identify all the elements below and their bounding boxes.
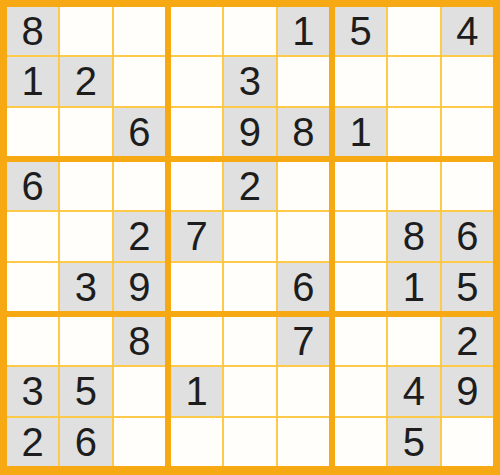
cell-r3c8[interactable]: [388, 108, 439, 156]
given-digit: 2: [128, 216, 150, 256]
given-digit: 1: [22, 61, 44, 101]
cell-r9c7[interactable]: [335, 418, 386, 466]
cell-r7c6[interactable]: 7: [278, 317, 329, 365]
cell-r5c6[interactable]: [278, 212, 329, 260]
given-digit: 6: [292, 267, 314, 307]
given-digit: 8: [22, 11, 44, 51]
cell-r3c4[interactable]: [171, 108, 222, 156]
given-digit: 5: [403, 422, 425, 462]
cell-r8c2[interactable]: 5: [60, 367, 111, 415]
cell-r1c1[interactable]: 8: [7, 7, 58, 55]
given-digit: 6: [75, 422, 97, 462]
box-2-3: 8615: [335, 162, 493, 311]
given-digit: 5: [456, 267, 478, 307]
cell-r1c5[interactable]: [224, 7, 275, 55]
cell-r9c2[interactable]: 6: [60, 418, 111, 466]
given-digit: 4: [403, 371, 425, 411]
cell-r4c5[interactable]: 2: [224, 162, 275, 210]
cell-r5c4[interactable]: 7: [171, 212, 222, 260]
cell-r4c7[interactable]: [335, 162, 386, 210]
cell-r8c6[interactable]: [278, 367, 329, 415]
box-1-1: 8126: [7, 7, 165, 156]
cell-r3c1[interactable]: [7, 108, 58, 156]
cell-r6c4[interactable]: [171, 263, 222, 311]
cell-r2c4[interactable]: [171, 57, 222, 105]
cell-r9c8[interactable]: 5: [388, 418, 439, 466]
cell-r1c8[interactable]: [388, 7, 439, 55]
cell-r7c5[interactable]: [224, 317, 275, 365]
given-digit: 6: [22, 166, 44, 206]
cell-r9c5[interactable]: [224, 418, 275, 466]
cell-r2c8[interactable]: [388, 57, 439, 105]
cell-r3c5[interactable]: 9: [224, 108, 275, 156]
cell-r7c9[interactable]: 2: [442, 317, 493, 365]
cell-r6c9[interactable]: 5: [442, 263, 493, 311]
given-digit: 3: [239, 61, 261, 101]
cell-r9c1[interactable]: 2: [7, 418, 58, 466]
cell-r2c6[interactable]: [278, 57, 329, 105]
given-digit: 3: [22, 371, 44, 411]
cell-r1c6[interactable]: 1: [278, 7, 329, 55]
given-digit: 8: [403, 216, 425, 256]
given-digit: 2: [456, 321, 478, 361]
given-digit: 1: [403, 267, 425, 307]
box-3-3: 2495: [335, 317, 493, 466]
given-digit: 9: [128, 267, 150, 307]
cell-r5c2[interactable]: [60, 212, 111, 260]
cell-r4c6[interactable]: [278, 162, 329, 210]
cell-r7c1[interactable]: [7, 317, 58, 365]
cell-r7c4[interactable]: [171, 317, 222, 365]
cell-r5c5[interactable]: [224, 212, 275, 260]
sudoku-board: 812613985416239276861583526712495: [0, 0, 500, 475]
cell-r4c4[interactable]: [171, 162, 222, 210]
cell-r4c8[interactable]: [388, 162, 439, 210]
cell-r1c9[interactable]: 4: [442, 7, 493, 55]
box-1-3: 541: [335, 7, 493, 156]
cell-r2c2[interactable]: 2: [60, 57, 111, 105]
cell-r6c1[interactable]: [7, 263, 58, 311]
cell-r4c2[interactable]: [60, 162, 111, 210]
given-digit: 8: [292, 112, 314, 152]
cell-r1c7[interactable]: 5: [335, 7, 386, 55]
cell-r5c9[interactable]: 6: [442, 212, 493, 260]
cell-r1c3[interactable]: [114, 7, 165, 55]
given-digit: 7: [292, 321, 314, 361]
given-digit: 6: [456, 216, 478, 256]
given-digit: 5: [75, 371, 97, 411]
cell-r5c3[interactable]: 2: [114, 212, 165, 260]
cell-r7c3[interactable]: 8: [114, 317, 165, 365]
cell-r4c9[interactable]: [442, 162, 493, 210]
given-digit: 5: [350, 11, 372, 51]
cell-r2c3[interactable]: [114, 57, 165, 105]
cell-r5c8[interactable]: 8: [388, 212, 439, 260]
given-digit: 2: [22, 422, 44, 462]
cell-r2c1[interactable]: 1: [7, 57, 58, 105]
given-digit: 4: [456, 11, 478, 51]
box-2-1: 6239: [7, 162, 165, 311]
cell-r8c9[interactable]: 9: [442, 367, 493, 415]
given-digit: 6: [128, 112, 150, 152]
cell-r9c6[interactable]: [278, 418, 329, 466]
cell-r3c6[interactable]: 8: [278, 108, 329, 156]
given-digit: 9: [239, 112, 261, 152]
cell-r6c2[interactable]: 3: [60, 263, 111, 311]
cell-r6c6[interactable]: 6: [278, 263, 329, 311]
cell-r8c8[interactable]: 4: [388, 367, 439, 415]
cell-r3c3[interactable]: 6: [114, 108, 165, 156]
cell-r3c7[interactable]: 1: [335, 108, 386, 156]
cell-r7c7[interactable]: [335, 317, 386, 365]
cell-r5c1[interactable]: [7, 212, 58, 260]
cell-r3c9[interactable]: [442, 108, 493, 156]
given-digit: 3: [75, 267, 97, 307]
cell-r5c7[interactable]: [335, 212, 386, 260]
cell-r1c2[interactable]: [60, 7, 111, 55]
given-digit: 1: [186, 371, 208, 411]
cell-r2c5[interactable]: 3: [224, 57, 275, 105]
cell-r8c1[interactable]: 3: [7, 367, 58, 415]
box-2-2: 276: [171, 162, 329, 311]
cell-r8c5[interactable]: [224, 367, 275, 415]
cell-r6c5[interactable]: [224, 263, 275, 311]
cell-r9c4[interactable]: [171, 418, 222, 466]
cell-r7c2[interactable]: [60, 317, 111, 365]
given-digit: 2: [75, 61, 97, 101]
cell-r4c1[interactable]: 6: [7, 162, 58, 210]
cell-r2c9[interactable]: [442, 57, 493, 105]
given-digit: 1: [350, 112, 372, 152]
cell-r6c7[interactable]: [335, 263, 386, 311]
given-digit: 2: [239, 166, 261, 206]
given-digit: 8: [128, 321, 150, 361]
box-3-2: 71: [171, 317, 329, 466]
cell-r6c3[interactable]: 9: [114, 263, 165, 311]
given-digit: 7: [186, 216, 208, 256]
cell-r8c4[interactable]: 1: [171, 367, 222, 415]
cell-r2c7[interactable]: [335, 57, 386, 105]
given-digit: 9: [456, 371, 478, 411]
cell-r7c8[interactable]: [388, 317, 439, 365]
cell-r8c7[interactable]: [335, 367, 386, 415]
given-digit: 1: [292, 11, 314, 51]
cell-r1c4[interactable]: [171, 7, 222, 55]
cell-r8c3[interactable]: [114, 367, 165, 415]
cell-r6c8[interactable]: 1: [388, 263, 439, 311]
cell-r9c3[interactable]: [114, 418, 165, 466]
cell-r4c3[interactable]: [114, 162, 165, 210]
box-1-2: 1398: [171, 7, 329, 156]
box-3-1: 83526: [7, 317, 165, 466]
cell-r9c9[interactable]: [442, 418, 493, 466]
cell-r3c2[interactable]: [60, 108, 111, 156]
